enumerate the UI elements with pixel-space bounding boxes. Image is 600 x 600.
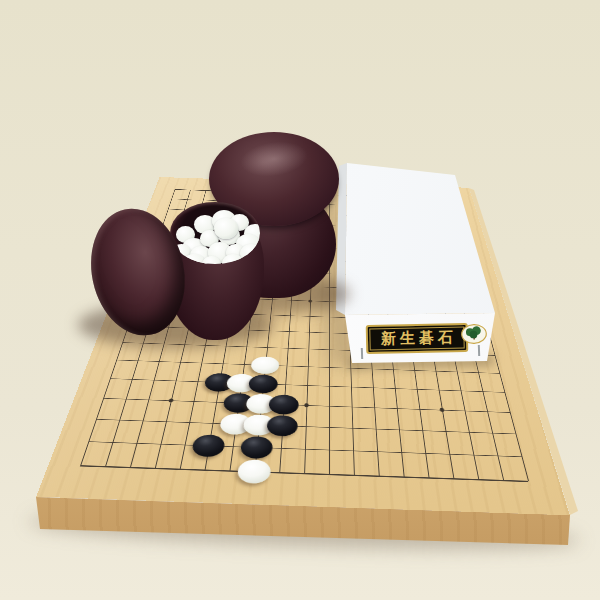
board-cell bbox=[341, 462, 367, 488]
board-cell bbox=[210, 354, 234, 373]
board-cell bbox=[292, 437, 317, 461]
pine-logo-icon bbox=[461, 324, 488, 345]
board-cell bbox=[277, 339, 299, 357]
board-cell bbox=[409, 419, 435, 442]
board-cell bbox=[496, 402, 524, 424]
board-cell bbox=[318, 376, 340, 396]
board-cell bbox=[507, 445, 537, 469]
box-slit-left bbox=[361, 348, 363, 359]
board-cell bbox=[385, 398, 410, 419]
board-cell bbox=[362, 378, 385, 398]
board-cell bbox=[317, 438, 341, 462]
board-cell bbox=[298, 340, 319, 358]
board-cell bbox=[291, 461, 317, 487]
board-cell bbox=[363, 418, 388, 441]
board-cell bbox=[405, 379, 430, 399]
board-cell bbox=[407, 399, 432, 420]
board-cell bbox=[194, 434, 222, 458]
board-cell bbox=[340, 377, 363, 397]
bowl-white-stone bbox=[214, 218, 238, 239]
board-cell bbox=[362, 397, 386, 418]
board-cell bbox=[366, 463, 393, 489]
board-cell bbox=[316, 461, 341, 487]
board-cell bbox=[272, 394, 296, 415]
board-cell bbox=[251, 374, 275, 394]
board-cell bbox=[365, 440, 391, 464]
board-cell bbox=[299, 324, 320, 341]
board-cell bbox=[383, 378, 407, 398]
board-cell bbox=[296, 375, 319, 395]
star-point bbox=[304, 403, 308, 407]
board-cell bbox=[341, 439, 366, 463]
open-bowl-rim bbox=[170, 202, 260, 264]
board-cell bbox=[340, 396, 363, 417]
board-cell bbox=[297, 357, 319, 376]
board-cell bbox=[243, 436, 269, 460]
star-point bbox=[168, 399, 173, 403]
board-cell bbox=[270, 415, 295, 438]
board-cell bbox=[513, 468, 545, 494]
board-cell bbox=[386, 419, 411, 442]
board-cell bbox=[240, 459, 267, 485]
board-cell bbox=[317, 416, 341, 439]
board-cell bbox=[388, 441, 414, 465]
star-point bbox=[440, 408, 445, 412]
board-cell bbox=[190, 457, 219, 483]
board-cell bbox=[491, 382, 518, 402]
board-cell bbox=[486, 364, 512, 383]
board-cell bbox=[501, 423, 530, 446]
board-cell bbox=[278, 323, 299, 340]
go-set-product-photo: 新生碁石 bbox=[0, 0, 600, 600]
board-cell bbox=[390, 464, 417, 490]
open-go-bowl bbox=[90, 200, 270, 350]
box-slit-right bbox=[478, 345, 480, 356]
board-cell bbox=[318, 396, 341, 417]
stone-box-label-text: 新生碁石 bbox=[377, 330, 457, 347]
board-cell bbox=[341, 417, 365, 440]
board-cell bbox=[254, 356, 277, 375]
stone-box-label: 新生碁石 bbox=[366, 323, 469, 354]
